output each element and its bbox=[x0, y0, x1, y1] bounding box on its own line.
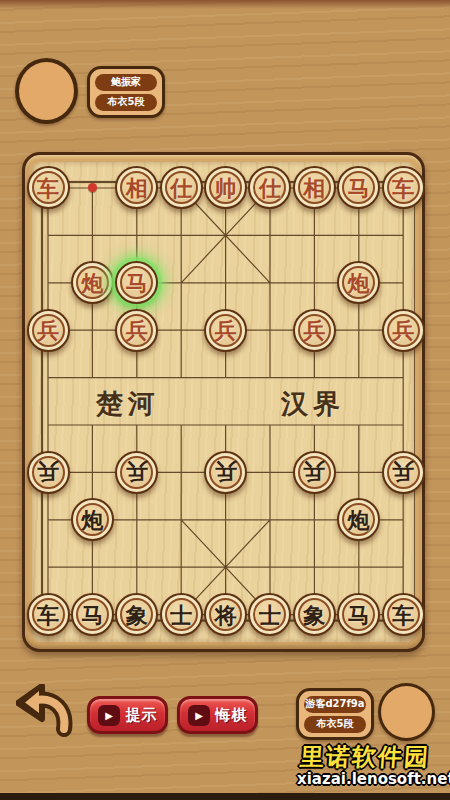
piece-character: 炮 bbox=[348, 272, 370, 294]
piece-face: 象 bbox=[120, 598, 153, 631]
piece-character: 马 bbox=[81, 604, 103, 626]
watermark-site-name: 里诺软件园 bbox=[294, 741, 436, 773]
piece-face: 马 bbox=[120, 266, 153, 299]
piece-face: 仕 bbox=[165, 171, 198, 204]
opponent-name: 鲍振家 bbox=[95, 74, 157, 91]
piece-black-兵[interactable]: 兵 bbox=[115, 451, 158, 494]
piece-face: 车 bbox=[387, 171, 420, 204]
player-rank: 布衣5段 bbox=[304, 716, 366, 733]
piece-face: 象 bbox=[298, 598, 331, 631]
piece-character: 帅 bbox=[215, 177, 237, 199]
piece-character: 仕 bbox=[170, 177, 192, 199]
piece-face: 兵 bbox=[32, 314, 65, 347]
piece-red-相[interactable]: 相 bbox=[115, 166, 158, 209]
play-icon: ▶ bbox=[188, 705, 210, 726]
piece-face: 炮 bbox=[76, 503, 109, 536]
piece-character: 兵 bbox=[392, 319, 414, 341]
opponent-rank: 布衣5段 bbox=[95, 94, 157, 111]
undo-button[interactable]: ▶ 悔棋 bbox=[177, 696, 258, 734]
piece-red-马[interactable]: 马 bbox=[337, 166, 380, 209]
piece-red-兵[interactable]: 兵 bbox=[293, 309, 336, 352]
piece-character: 兵 bbox=[126, 461, 148, 483]
piece-black-将[interactable]: 将 bbox=[204, 593, 247, 636]
piece-face: 车 bbox=[32, 171, 65, 204]
piece-face: 车 bbox=[387, 598, 420, 631]
piece-red-兵[interactable]: 兵 bbox=[27, 309, 70, 352]
piece-character: 兵 bbox=[215, 461, 237, 483]
piece-black-炮[interactable]: 炮 bbox=[337, 498, 380, 541]
last-move-origin-dot bbox=[88, 183, 97, 192]
piece-red-帅[interactable]: 帅 bbox=[204, 166, 247, 209]
piece-face: 兵 bbox=[298, 314, 331, 347]
hint-button[interactable]: ▶ 提示 bbox=[87, 696, 168, 734]
piece-face: 将 bbox=[209, 598, 242, 631]
piece-black-兵[interactable]: 兵 bbox=[293, 451, 336, 494]
piece-black-兵[interactable]: 兵 bbox=[204, 451, 247, 494]
piece-face: 兵 bbox=[387, 456, 420, 489]
piece-character: 相 bbox=[126, 177, 148, 199]
piece-black-兵[interactable]: 兵 bbox=[382, 451, 425, 494]
piece-black-马[interactable]: 马 bbox=[71, 593, 114, 636]
piece-character: 马 bbox=[348, 604, 370, 626]
player-avatar[interactable] bbox=[378, 683, 435, 741]
piece-character: 车 bbox=[392, 177, 414, 199]
piece-face: 帅 bbox=[209, 171, 242, 204]
piece-red-车[interactable]: 车 bbox=[27, 166, 70, 209]
piece-face: 炮 bbox=[342, 503, 375, 536]
piece-character: 马 bbox=[126, 272, 148, 294]
piece-character: 炮 bbox=[348, 509, 370, 531]
watermark-site-url: xiazai.lenosoft.net bbox=[297, 770, 437, 788]
piece-red-兵[interactable]: 兵 bbox=[204, 309, 247, 352]
piece-red-相[interactable]: 相 bbox=[293, 166, 336, 209]
player-name: 游客d27f9a bbox=[304, 696, 366, 713]
piece-character: 象 bbox=[126, 604, 148, 626]
piece-character: 士 bbox=[170, 604, 192, 626]
piece-character: 将 bbox=[215, 604, 237, 626]
piece-face: 兵 bbox=[120, 456, 153, 489]
piece-face: 马 bbox=[342, 171, 375, 204]
hint-button-label: 提示 bbox=[126, 706, 158, 725]
opponent-badge: 鲍振家 布衣5段 bbox=[87, 66, 165, 118]
piece-red-炮[interactable]: 炮 bbox=[71, 261, 114, 304]
piece-character: 兵 bbox=[303, 319, 325, 341]
back-arrow-icon bbox=[16, 684, 78, 738]
piece-red-兵[interactable]: 兵 bbox=[382, 309, 425, 352]
piece-face: 马 bbox=[342, 598, 375, 631]
piece-face: 兵 bbox=[209, 456, 242, 489]
piece-face: 相 bbox=[120, 171, 153, 204]
piece-face: 士 bbox=[165, 598, 198, 631]
piece-character: 兵 bbox=[215, 319, 237, 341]
piece-face: 马 bbox=[76, 598, 109, 631]
piece-black-马[interactable]: 马 bbox=[337, 593, 380, 636]
piece-character: 象 bbox=[303, 604, 325, 626]
piece-red-仕[interactable]: 仕 bbox=[160, 166, 203, 209]
piece-black-士[interactable]: 士 bbox=[248, 593, 291, 636]
piece-face: 兵 bbox=[298, 456, 331, 489]
piece-red-炮[interactable]: 炮 bbox=[337, 261, 380, 304]
piece-black-象[interactable]: 象 bbox=[293, 593, 336, 636]
piece-character: 炮 bbox=[81, 272, 103, 294]
piece-face: 士 bbox=[253, 598, 286, 631]
piece-character: 相 bbox=[303, 177, 325, 199]
piece-face: 兵 bbox=[209, 314, 242, 347]
piece-character: 车 bbox=[37, 604, 59, 626]
player-badge: 游客d27f9a 布衣5段 bbox=[296, 688, 374, 740]
top-edge-strip bbox=[0, 0, 450, 9]
piece-red-车[interactable]: 车 bbox=[382, 166, 425, 209]
piece-character: 士 bbox=[259, 604, 281, 626]
piece-face: 炮 bbox=[76, 266, 109, 299]
piece-black-兵[interactable]: 兵 bbox=[27, 451, 70, 494]
piece-layer: 车相仕帅仕相马车炮马炮兵兵兵兵兵兵兵兵兵兵炮炮车马象士将士象马车 bbox=[26, 164, 426, 638]
piece-red-兵[interactable]: 兵 bbox=[115, 309, 158, 352]
undo-button-label: 悔棋 bbox=[216, 706, 248, 725]
xiangqi-board: 楚河 汉界 车相仕帅仕相马车炮马炮兵兵兵兵兵兵兵兵兵兵炮炮车马象士将士象马车 bbox=[22, 152, 425, 652]
piece-face: 仕 bbox=[253, 171, 286, 204]
play-icon: ▶ bbox=[98, 705, 120, 726]
piece-black-车[interactable]: 车 bbox=[382, 593, 425, 636]
piece-face: 炮 bbox=[342, 266, 375, 299]
piece-black-象[interactable]: 象 bbox=[115, 593, 158, 636]
piece-red-马[interactable]: 马 bbox=[115, 261, 158, 304]
board-play-area[interactable]: 楚河 汉界 车相仕帅仕相马车炮马炮兵兵兵兵兵兵兵兵兵兵炮炮车马象士将士象马车 bbox=[32, 162, 415, 642]
piece-character: 车 bbox=[37, 177, 59, 199]
piece-character: 兵 bbox=[126, 319, 148, 341]
piece-character: 兵 bbox=[37, 461, 59, 483]
piece-character: 仕 bbox=[259, 177, 281, 199]
piece-face: 相 bbox=[298, 171, 331, 204]
opponent-avatar[interactable] bbox=[15, 58, 78, 124]
back-button[interactable] bbox=[16, 684, 78, 738]
piece-face: 兵 bbox=[32, 456, 65, 489]
piece-face: 兵 bbox=[387, 314, 420, 347]
piece-black-炮[interactable]: 炮 bbox=[71, 498, 114, 541]
piece-character: 兵 bbox=[303, 461, 325, 483]
piece-black-士[interactable]: 士 bbox=[160, 593, 203, 636]
bottom-edge-strip bbox=[0, 793, 450, 800]
piece-face: 兵 bbox=[120, 314, 153, 347]
piece-character: 马 bbox=[348, 177, 370, 199]
piece-black-车[interactable]: 车 bbox=[27, 593, 70, 636]
piece-character: 车 bbox=[392, 604, 414, 626]
piece-red-仕[interactable]: 仕 bbox=[248, 166, 291, 209]
piece-face: 车 bbox=[32, 598, 65, 631]
piece-character: 炮 bbox=[81, 509, 103, 531]
piece-character: 兵 bbox=[37, 319, 59, 341]
piece-character: 兵 bbox=[392, 461, 414, 483]
